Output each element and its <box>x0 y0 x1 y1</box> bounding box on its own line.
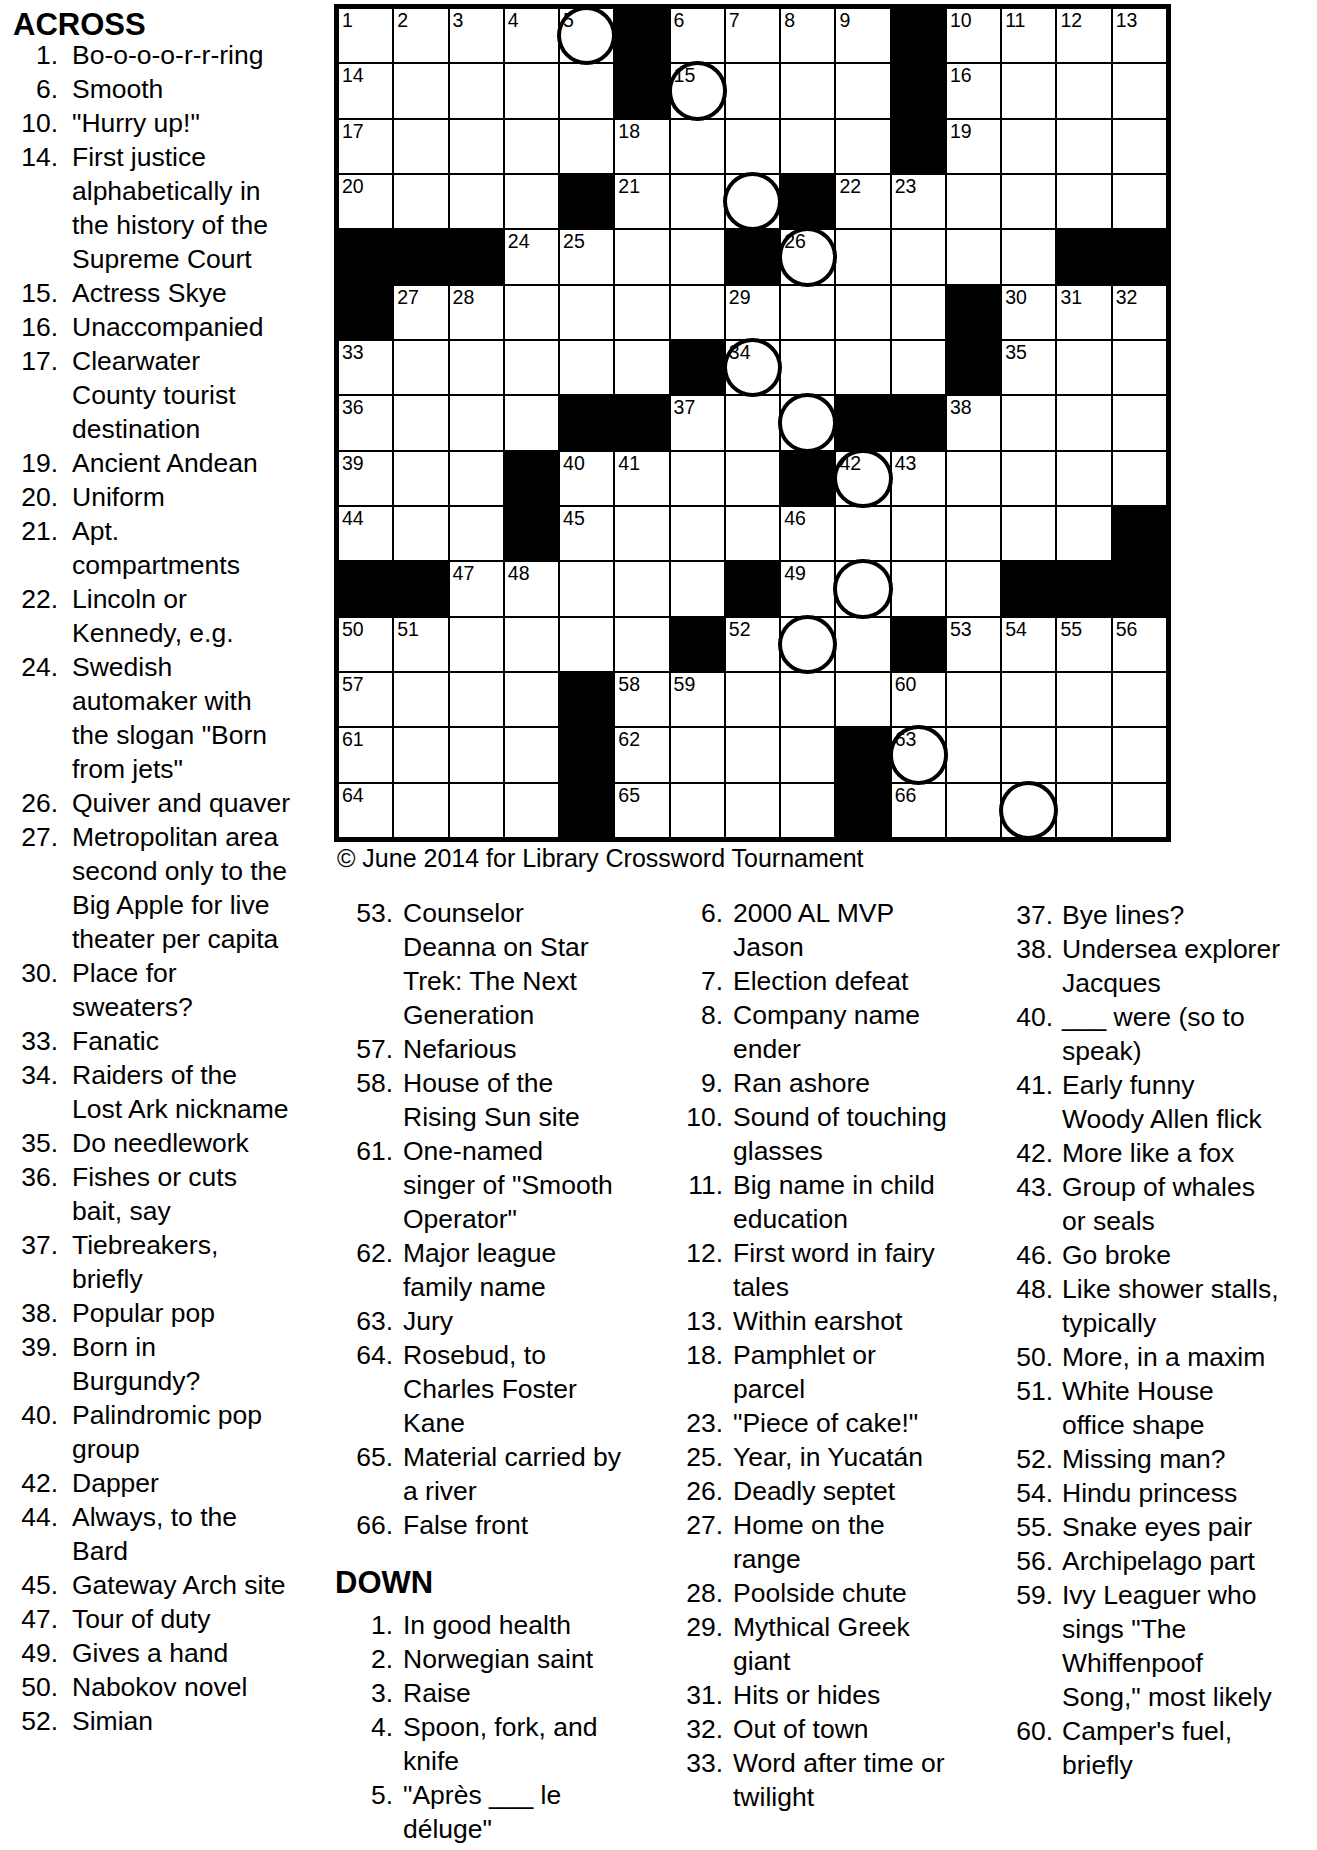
answer-cell[interactable] <box>1056 395 1111 450</box>
cell-number: 33 <box>342 342 364 362</box>
clue-text: Material carried by a river <box>403 1440 659 1508</box>
clue: 15.Actress Skye <box>0 276 310 310</box>
answer-cell[interactable] <box>835 119 890 174</box>
cell-number: 41 <box>618 453 640 473</box>
answer-cell[interactable]: 20 <box>338 174 393 229</box>
answer-cell[interactable] <box>780 783 835 838</box>
clue-text: Bo-o-o-o-r-r-ring <box>72 38 310 72</box>
answer-cell[interactable] <box>670 229 725 284</box>
clue: 60.Camper's fuel, briefly <box>998 1714 1317 1782</box>
clue: 51.White House office shape <box>998 1374 1317 1442</box>
answer-cell[interactable] <box>449 506 504 561</box>
answer-cell[interactable] <box>1112 174 1167 229</box>
clue-number: 38. <box>998 932 1053 966</box>
answer-cell[interactable] <box>1112 727 1167 782</box>
answer-cell[interactable] <box>670 506 725 561</box>
cell-number: 37 <box>674 397 696 417</box>
answer-cell[interactable] <box>780 63 835 118</box>
answer-cell[interactable] <box>393 395 448 450</box>
clue-text: First justice alphabetically in the hist… <box>72 140 310 276</box>
answer-cell[interactable] <box>1056 727 1111 782</box>
answer-cell[interactable]: 18 <box>614 119 669 174</box>
answer-cell[interactable] <box>449 174 504 229</box>
answer-cell[interactable] <box>393 119 448 174</box>
clue-number: 21. <box>0 514 58 548</box>
answer-cell[interactable]: 16 <box>946 63 1001 118</box>
clue-text: Gateway Arch site <box>72 1568 310 1602</box>
clue-number: 64. <box>337 1338 393 1372</box>
clue: 14.First justice alphabetically in the h… <box>0 140 310 276</box>
clue: 27.Metropolitan area second only to the … <box>0 820 310 956</box>
across-header: ACROSS <box>13 8 146 42</box>
black-cell <box>559 174 614 229</box>
answer-cell[interactable]: 6 <box>670 8 725 63</box>
answer-cell[interactable]: 1 <box>338 8 393 63</box>
answer-cell[interactable]: 19 <box>946 119 1001 174</box>
clue: 5."Après ___ le déluge" <box>337 1778 667 1846</box>
answer-cell[interactable] <box>449 340 504 395</box>
answer-cell[interactable] <box>946 783 1001 838</box>
answer-cell[interactable]: 38 <box>946 395 1001 450</box>
answer-cell[interactable]: 42 <box>835 451 890 506</box>
answer-cell[interactable]: 54 <box>1001 617 1056 672</box>
clue-text: Counselor Deanna on Star Trek: The Next … <box>403 896 659 1032</box>
answer-cell[interactable] <box>670 561 725 616</box>
cell-number: 44 <box>342 508 364 528</box>
clue-text: Word after time or twilight <box>733 1746 979 1814</box>
answer-cell[interactable]: 25 <box>559 229 614 284</box>
clue: 66.False front <box>337 1508 667 1542</box>
answer-cell[interactable] <box>891 285 946 340</box>
clue-text: Like shower stalls, typically <box>1062 1272 1312 1340</box>
answer-cell[interactable] <box>835 229 890 284</box>
across-clue-list-2: 53.Counselor Deanna on Star Trek: The Ne… <box>337 896 667 1542</box>
answer-cell[interactable] <box>1056 506 1111 561</box>
answer-cell[interactable]: 39 <box>338 451 393 506</box>
black-cell <box>891 8 946 63</box>
answer-cell[interactable]: 14 <box>338 63 393 118</box>
answer-cell[interactable] <box>1001 395 1056 450</box>
answer-cell[interactable]: 43 <box>891 451 946 506</box>
answer-cell[interactable]: 51 <box>393 617 448 672</box>
answer-cell[interactable] <box>614 561 669 616</box>
answer-cell[interactable] <box>449 672 504 727</box>
clue: 47.Tour of duty <box>0 1602 310 1636</box>
answer-cell[interactable] <box>670 783 725 838</box>
answer-cell[interactable] <box>504 727 559 782</box>
answer-cell[interactable]: 2 <box>393 8 448 63</box>
answer-cell[interactable] <box>725 174 780 229</box>
answer-cell[interactable] <box>504 783 559 838</box>
clue-text: Simian <box>72 1704 310 1738</box>
answer-cell[interactable]: 52 <box>725 617 780 672</box>
answer-cell[interactable] <box>835 561 890 616</box>
clue: 57.Nefarious <box>337 1032 667 1066</box>
answer-cell[interactable]: 11 <box>1001 8 1056 63</box>
clue: 21.Apt. compartments <box>0 514 310 582</box>
black-cell <box>670 340 725 395</box>
black-cell <box>1056 561 1111 616</box>
answer-cell[interactable] <box>725 783 780 838</box>
answer-cell[interactable] <box>725 63 780 118</box>
answer-cell[interactable]: 12 <box>1056 8 1111 63</box>
answer-cell[interactable] <box>504 395 559 450</box>
answer-cell[interactable] <box>614 229 669 284</box>
answer-cell[interactable]: 57 <box>338 672 393 727</box>
answer-cell[interactable] <box>504 285 559 340</box>
answer-cell[interactable] <box>1112 63 1167 118</box>
answer-cell[interactable]: 55 <box>1056 617 1111 672</box>
answer-cell[interactable] <box>780 119 835 174</box>
clue-number: 2. <box>337 1642 393 1676</box>
clue: 12.First word in fairy tales <box>668 1236 980 1304</box>
answer-cell[interactable] <box>1056 63 1111 118</box>
answer-cell[interactable] <box>449 727 504 782</box>
answer-cell[interactable] <box>1056 119 1111 174</box>
answer-cell[interactable] <box>504 174 559 229</box>
answer-cell[interactable] <box>614 506 669 561</box>
clue-text: Mythical Greek giant <box>733 1610 979 1678</box>
answer-cell[interactable] <box>891 561 946 616</box>
clue-number: 11. <box>668 1168 723 1202</box>
answer-cell[interactable] <box>449 617 504 672</box>
answer-cell[interactable] <box>559 617 614 672</box>
answer-cell[interactable] <box>1056 451 1111 506</box>
clue-text: Apt. compartments <box>72 514 310 582</box>
clue-number: 36. <box>0 1160 58 1194</box>
clue: 2.Norwegian saint <box>337 1642 667 1676</box>
clue-number: 20. <box>0 480 58 514</box>
answer-cell[interactable] <box>1112 340 1167 395</box>
answer-cell[interactable] <box>449 451 504 506</box>
clue: 6.2000 AL MVP Jason <box>668 896 980 964</box>
answer-cell[interactable] <box>725 119 780 174</box>
answer-cell[interactable] <box>1056 672 1111 727</box>
answer-cell[interactable] <box>1001 174 1056 229</box>
answer-cell[interactable]: 44 <box>338 506 393 561</box>
answer-cell[interactable]: 15 <box>670 63 725 118</box>
answer-cell[interactable]: 40 <box>559 451 614 506</box>
cell-number: 6 <box>674 10 685 30</box>
answer-cell[interactable] <box>559 285 614 340</box>
cell-number: 22 <box>839 176 861 196</box>
answer-cell[interactable] <box>670 174 725 229</box>
clue-text: Snake eyes pair <box>1062 1510 1312 1544</box>
clue-text: Hindu princess <box>1062 1476 1312 1510</box>
answer-cell[interactable] <box>780 340 835 395</box>
answer-cell[interactable] <box>891 506 946 561</box>
crossword-grid: 1234567891011121314151617181920212223242… <box>334 4 1171 842</box>
clue-text: False front <box>403 1508 659 1542</box>
answer-cell[interactable] <box>835 63 890 118</box>
answer-cell[interactable]: 37 <box>670 395 725 450</box>
answer-cell[interactable] <box>1001 727 1056 782</box>
answer-cell[interactable] <box>1001 119 1056 174</box>
answer-cell[interactable] <box>393 783 448 838</box>
clue: 48.Like shower stalls, typically <box>998 1272 1317 1340</box>
clue-text: Within earshot <box>733 1304 979 1338</box>
answer-cell[interactable]: 56 <box>1112 617 1167 672</box>
answer-cell[interactable] <box>946 174 1001 229</box>
black-cell <box>393 229 448 284</box>
clue-number: 23. <box>668 1406 723 1440</box>
answer-cell[interactable] <box>559 561 614 616</box>
black-cell <box>725 561 780 616</box>
answer-cell[interactable] <box>725 506 780 561</box>
clue: 32.Out of town <box>668 1712 980 1746</box>
clue-text: Fishes or cuts bait, say <box>72 1160 310 1228</box>
answer-cell[interactable] <box>835 617 890 672</box>
clue-number: 41. <box>998 1068 1053 1102</box>
black-cell <box>891 119 946 174</box>
clue-text: Jury <box>403 1304 659 1338</box>
answer-cell[interactable] <box>670 285 725 340</box>
answer-cell[interactable] <box>1001 672 1056 727</box>
cell-number: 66 <box>895 785 917 805</box>
answer-cell[interactable]: 32 <box>1112 285 1167 340</box>
cell-number: 53 <box>950 619 972 639</box>
cell-number: 29 <box>729 287 751 307</box>
across-clue-list-left: 1.Bo-o-o-o-r-r-ring6.Smooth10."Hurry up!… <box>0 38 310 1738</box>
clue: 10."Hurry up!" <box>0 106 310 140</box>
answer-cell[interactable] <box>1056 174 1111 229</box>
answer-cell[interactable]: 4 <box>504 8 559 63</box>
answer-cell[interactable] <box>1112 119 1167 174</box>
clue-number: 22. <box>0 582 58 616</box>
answer-cell[interactable] <box>393 451 448 506</box>
answer-cell[interactable] <box>393 63 448 118</box>
answer-cell[interactable]: 17 <box>338 119 393 174</box>
answer-cell[interactable]: 23 <box>891 174 946 229</box>
answer-cell[interactable] <box>1001 451 1056 506</box>
clue-text: ___ were (so to speak) <box>1062 1000 1312 1068</box>
answer-cell[interactable] <box>835 506 890 561</box>
cell-number: 12 <box>1060 10 1082 30</box>
clue-number: 7. <box>668 964 723 998</box>
answer-cell[interactable] <box>1056 783 1111 838</box>
answer-cell[interactable] <box>946 672 1001 727</box>
answer-cell[interactable]: 24 <box>504 229 559 284</box>
cell-number: 24 <box>508 231 530 251</box>
answer-cell[interactable] <box>614 617 669 672</box>
answer-cell[interactable] <box>835 340 890 395</box>
cell-number: 64 <box>342 785 364 805</box>
answer-cell[interactable] <box>1112 783 1167 838</box>
answer-cell[interactable] <box>670 119 725 174</box>
clue: 6.Smooth <box>0 72 310 106</box>
cell-number: 13 <box>1116 10 1138 30</box>
answer-cell[interactable] <box>1001 63 1056 118</box>
answer-cell[interactable] <box>559 63 614 118</box>
clue-number: 4. <box>337 1710 393 1744</box>
answer-cell[interactable]: 62 <box>614 727 669 782</box>
answer-cell[interactable]: 33 <box>338 340 393 395</box>
clue-text: In good health <box>403 1608 659 1642</box>
answer-cell[interactable]: 13 <box>1112 8 1167 63</box>
clue: 1.Bo-o-o-o-r-r-ring <box>0 38 310 72</box>
clue-number: 63. <box>337 1304 393 1338</box>
clue: 37.Bye lines? <box>998 898 1317 932</box>
answer-cell[interactable]: 21 <box>614 174 669 229</box>
answer-cell[interactable]: 61 <box>338 727 393 782</box>
circle-marker <box>778 393 837 452</box>
answer-cell[interactable]: 5 <box>559 8 614 63</box>
answer-cell[interactable] <box>725 451 780 506</box>
answer-cell[interactable] <box>725 672 780 727</box>
answer-cell[interactable] <box>1001 229 1056 284</box>
answer-cell[interactable]: 53 <box>946 617 1001 672</box>
cell-number: 43 <box>895 453 917 473</box>
answer-cell[interactable]: 59 <box>670 672 725 727</box>
clue-text: Out of town <box>733 1712 979 1746</box>
answer-cell[interactable]: 10 <box>946 8 1001 63</box>
answer-cell[interactable] <box>449 395 504 450</box>
answer-cell[interactable] <box>1001 783 1056 838</box>
clue-number: 61. <box>337 1134 393 1168</box>
clue: 7.Election defeat <box>668 964 980 998</box>
clue: 1.In good health <box>337 1608 667 1642</box>
answer-cell[interactable]: 3 <box>449 8 504 63</box>
answer-cell[interactable]: 65 <box>614 783 669 838</box>
black-cell <box>614 63 669 118</box>
answer-cell[interactable]: 58 <box>614 672 669 727</box>
clue-number: 28. <box>668 1576 723 1610</box>
answer-cell[interactable] <box>1112 451 1167 506</box>
answer-cell[interactable] <box>449 119 504 174</box>
answer-cell[interactable] <box>393 340 448 395</box>
answer-cell[interactable] <box>835 672 890 727</box>
answer-cell[interactable] <box>614 340 669 395</box>
cell-number: 19 <box>950 121 972 141</box>
answer-cell[interactable] <box>393 174 448 229</box>
answer-cell[interactable] <box>891 229 946 284</box>
answer-cell[interactable]: 48 <box>504 561 559 616</box>
clue-text: Unaccompanied <box>72 310 310 344</box>
clue-number: 33. <box>0 1024 58 1058</box>
cell-number: 49 <box>784 563 806 583</box>
answer-cell[interactable] <box>449 783 504 838</box>
clue-text: Tiebreakers, briefly <box>72 1228 310 1296</box>
answer-cell[interactable]: 31 <box>1056 285 1111 340</box>
answer-cell[interactable]: 26 <box>780 229 835 284</box>
clue: 45.Gateway Arch site <box>0 1568 310 1602</box>
answer-cell[interactable] <box>393 506 448 561</box>
answer-cell[interactable] <box>725 727 780 782</box>
clue-number: 6. <box>0 72 58 106</box>
copyright-line: © June 2014 for Library Crossword Tourna… <box>337 844 864 873</box>
answer-cell[interactable]: 34 <box>725 340 780 395</box>
clue-number: 24. <box>0 650 58 684</box>
answer-cell[interactable] <box>1112 672 1167 727</box>
answer-cell[interactable] <box>504 63 559 118</box>
answer-cell[interactable]: 41 <box>614 451 669 506</box>
answer-cell[interactable] <box>449 63 504 118</box>
answer-cell[interactable] <box>725 395 780 450</box>
clue: 26.Deadly septet <box>668 1474 980 1508</box>
answer-cell[interactable] <box>504 672 559 727</box>
answer-cell[interactable]: 35 <box>1001 340 1056 395</box>
clue-text: Nefarious <box>403 1032 659 1066</box>
answer-cell[interactable] <box>780 395 835 450</box>
answer-cell[interactable] <box>1112 395 1167 450</box>
cell-number: 8 <box>784 10 795 30</box>
cell-number: 32 <box>1116 287 1138 307</box>
clue: 8.Company name ender <box>668 998 980 1066</box>
clue-text: House of the Rising Sun site <box>403 1066 659 1134</box>
answer-cell[interactable] <box>1056 340 1111 395</box>
answer-cell[interactable]: 27 <box>393 285 448 340</box>
answer-cell[interactable] <box>559 119 614 174</box>
answer-cell[interactable]: 60 <box>891 672 946 727</box>
clue-text: Election defeat <box>733 964 979 998</box>
answer-cell[interactable] <box>614 285 669 340</box>
down-clue-list-3: 37.Bye lines?38.Undersea explorer Jacque… <box>998 898 1317 1782</box>
answer-cell[interactable]: 22 <box>835 174 890 229</box>
answer-cell[interactable] <box>670 451 725 506</box>
answer-cell[interactable] <box>780 285 835 340</box>
clue-number: 25. <box>668 1440 723 1474</box>
cell-number: 23 <box>895 176 917 196</box>
answer-cell[interactable]: 45 <box>559 506 614 561</box>
answer-cell[interactable] <box>393 727 448 782</box>
answer-cell[interactable] <box>946 727 1001 782</box>
cell-number: 20 <box>342 176 364 196</box>
answer-cell[interactable] <box>670 727 725 782</box>
answer-cell[interactable] <box>780 727 835 782</box>
clue-number: 50. <box>998 1340 1053 1374</box>
clue-number: 62. <box>337 1236 393 1270</box>
answer-cell[interactable]: 9 <box>835 8 890 63</box>
answer-cell[interactable] <box>946 229 1001 284</box>
answer-cell[interactable] <box>504 617 559 672</box>
clue: 49.Gives a hand <box>0 1636 310 1670</box>
answer-cell[interactable]: 28 <box>449 285 504 340</box>
answer-cell[interactable] <box>946 561 1001 616</box>
answer-cell[interactable]: 7 <box>725 8 780 63</box>
answer-cell[interactable]: 30 <box>1001 285 1056 340</box>
answer-cell[interactable]: 64 <box>338 783 393 838</box>
black-cell <box>891 617 946 672</box>
answer-cell[interactable]: 47 <box>449 561 504 616</box>
answer-cell[interactable]: 36 <box>338 395 393 450</box>
answer-cell[interactable] <box>559 340 614 395</box>
answer-cell[interactable] <box>393 672 448 727</box>
answer-cell[interactable]: 66 <box>891 783 946 838</box>
answer-cell[interactable] <box>504 340 559 395</box>
answer-cell[interactable] <box>891 340 946 395</box>
clue: 30.Place for sweaters? <box>0 956 310 1024</box>
answer-cell[interactable] <box>946 451 1001 506</box>
clue: 62.Major league family name <box>337 1236 667 1304</box>
answer-cell[interactable] <box>835 285 890 340</box>
answer-cell[interactable] <box>1001 506 1056 561</box>
answer-cell[interactable] <box>504 119 559 174</box>
answer-cell[interactable] <box>780 617 835 672</box>
answer-cell[interactable]: 49 <box>780 561 835 616</box>
answer-cell[interactable]: 46 <box>780 506 835 561</box>
clue: 9.Ran ashore <box>668 1066 980 1100</box>
clue: 33.Word after time or twilight <box>668 1746 980 1814</box>
black-cell <box>780 174 835 229</box>
answer-cell[interactable] <box>946 506 1001 561</box>
answer-cell[interactable]: 8 <box>780 8 835 63</box>
answer-cell[interactable]: 50 <box>338 617 393 672</box>
answer-cell[interactable]: 29 <box>725 285 780 340</box>
cell-number: 4 <box>508 10 519 30</box>
answer-cell[interactable]: 63 <box>891 727 946 782</box>
clue-number: 32. <box>668 1712 723 1746</box>
answer-cell[interactable] <box>780 672 835 727</box>
